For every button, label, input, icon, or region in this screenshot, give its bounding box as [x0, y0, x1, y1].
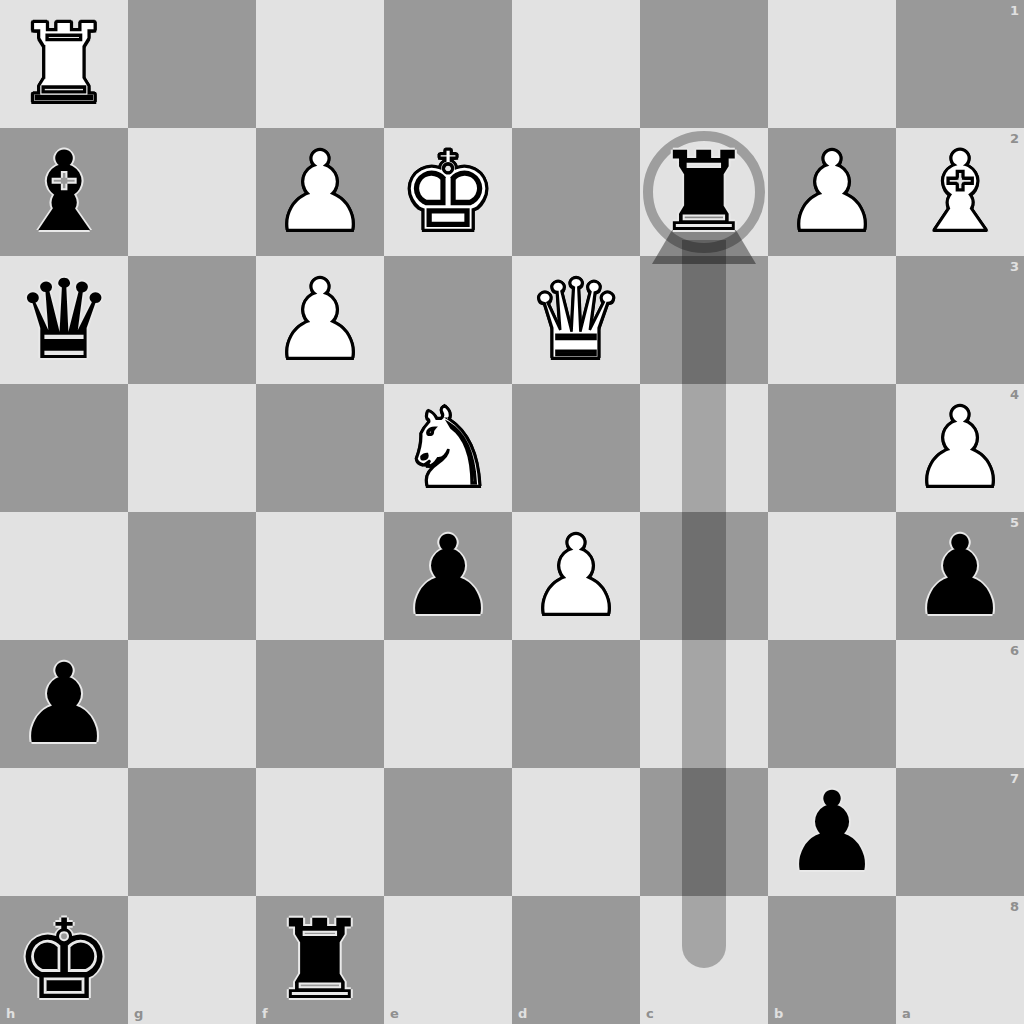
square-b8[interactable]: b — [768, 896, 896, 1024]
chess-board: ♜1♝♟♚♜♟2♝♛♟♛3♞4♟♟♟5♟♟6♟7h♚gf♜edcba8 — [0, 0, 1024, 1024]
piece-white-pawn-a4[interactable]: ♟ — [896, 384, 1024, 512]
square-c4[interactable] — [640, 384, 768, 512]
piece-white-queen-d3[interactable]: ♛ — [512, 256, 640, 384]
piece-white-pawn-f3[interactable]: ♟ — [256, 256, 384, 384]
square-b4[interactable] — [768, 384, 896, 512]
square-g5[interactable] — [128, 512, 256, 640]
square-f1[interactable] — [256, 0, 384, 128]
square-d6[interactable] — [512, 640, 640, 768]
square-h1[interactable]: ♜ — [0, 0, 128, 128]
square-d3[interactable]: ♛ — [512, 256, 640, 384]
file-label-e: e — [390, 1007, 399, 1020]
square-b6[interactable] — [768, 640, 896, 768]
square-h2[interactable]: ♝ — [0, 128, 128, 256]
square-e3[interactable] — [384, 256, 512, 384]
piece-black-pawn-h6[interactable]: ♟ — [0, 640, 128, 768]
file-label-a: a — [902, 1007, 911, 1020]
square-g7[interactable] — [128, 768, 256, 896]
rank-label-6: 6 — [1010, 644, 1019, 657]
piece-black-rook-c2[interactable]: ♜ — [640, 128, 768, 256]
square-g2[interactable] — [128, 128, 256, 256]
square-c8[interactable]: c — [640, 896, 768, 1024]
rank-label-7: 7 — [1010, 772, 1019, 785]
square-b7[interactable]: ♟ — [768, 768, 896, 896]
square-c2[interactable]: ♜ — [640, 128, 768, 256]
chess-board-screenshot: ♜1♝♟♚♜♟2♝♛♟♛3♞4♟♟♟5♟♟6♟7h♚gf♜edcba8 — [0, 0, 1024, 1024]
square-b3[interactable] — [768, 256, 896, 384]
square-a6[interactable]: 6 — [896, 640, 1024, 768]
square-c1[interactable] — [640, 0, 768, 128]
file-label-g: g — [134, 1007, 143, 1020]
piece-black-bishop-h2[interactable]: ♝ — [0, 128, 128, 256]
square-a3[interactable]: 3 — [896, 256, 1024, 384]
piece-white-knight-e4[interactable]: ♞ — [384, 384, 512, 512]
square-f2[interactable]: ♟ — [256, 128, 384, 256]
square-h4[interactable] — [0, 384, 128, 512]
square-e6[interactable] — [384, 640, 512, 768]
square-c5[interactable] — [640, 512, 768, 640]
square-e1[interactable] — [384, 0, 512, 128]
square-a4[interactable]: 4♟ — [896, 384, 1024, 512]
square-d7[interactable] — [512, 768, 640, 896]
square-c6[interactable] — [640, 640, 768, 768]
square-f4[interactable] — [256, 384, 384, 512]
square-d4[interactable] — [512, 384, 640, 512]
square-e5[interactable]: ♟ — [384, 512, 512, 640]
square-g1[interactable] — [128, 0, 256, 128]
piece-black-pawn-b7[interactable]: ♟ — [768, 768, 896, 896]
piece-black-rook-f8[interactable]: ♜ — [256, 896, 384, 1024]
file-label-b: b — [774, 1007, 783, 1020]
square-h7[interactable] — [0, 768, 128, 896]
square-d2[interactable] — [512, 128, 640, 256]
square-f8[interactable]: f♜ — [256, 896, 384, 1024]
file-label-d: d — [518, 1007, 527, 1020]
square-d5[interactable]: ♟ — [512, 512, 640, 640]
square-a8[interactable]: a8 — [896, 896, 1024, 1024]
square-e2[interactable]: ♚ — [384, 128, 512, 256]
square-e8[interactable]: e — [384, 896, 512, 1024]
piece-black-queen-h3[interactable]: ♛ — [0, 256, 128, 384]
square-a2[interactable]: 2♝ — [896, 128, 1024, 256]
square-d8[interactable]: d — [512, 896, 640, 1024]
piece-white-king-e2[interactable]: ♚ — [384, 128, 512, 256]
square-g8[interactable]: g — [128, 896, 256, 1024]
square-c7[interactable] — [640, 768, 768, 896]
square-h8[interactable]: h♚ — [0, 896, 128, 1024]
rank-label-8: 8 — [1010, 900, 1019, 913]
square-e7[interactable] — [384, 768, 512, 896]
square-b1[interactable] — [768, 0, 896, 128]
square-a1[interactable]: 1 — [896, 0, 1024, 128]
square-a7[interactable]: 7 — [896, 768, 1024, 896]
square-b2[interactable]: ♟ — [768, 128, 896, 256]
square-h6[interactable]: ♟ — [0, 640, 128, 768]
square-h5[interactable] — [0, 512, 128, 640]
piece-white-pawn-d5[interactable]: ♟ — [512, 512, 640, 640]
piece-white-bishop-a2[interactable]: ♝ — [896, 128, 1024, 256]
piece-black-pawn-a5[interactable]: ♟ — [896, 512, 1024, 640]
piece-white-pawn-f2[interactable]: ♟ — [256, 128, 384, 256]
square-c3[interactable] — [640, 256, 768, 384]
piece-white-pawn-b2[interactable]: ♟ — [768, 128, 896, 256]
square-f3[interactable]: ♟ — [256, 256, 384, 384]
piece-black-pawn-e5[interactable]: ♟ — [384, 512, 512, 640]
file-label-c: c — [646, 1007, 654, 1020]
square-g6[interactable] — [128, 640, 256, 768]
square-f7[interactable] — [256, 768, 384, 896]
square-g4[interactable] — [128, 384, 256, 512]
square-d1[interactable] — [512, 0, 640, 128]
square-f5[interactable] — [256, 512, 384, 640]
rank-label-1: 1 — [1010, 4, 1019, 17]
square-h3[interactable]: ♛ — [0, 256, 128, 384]
square-a5[interactable]: 5♟ — [896, 512, 1024, 640]
square-e4[interactable]: ♞ — [384, 384, 512, 512]
square-b5[interactable] — [768, 512, 896, 640]
square-g3[interactable] — [128, 256, 256, 384]
rank-label-3: 3 — [1010, 260, 1019, 273]
piece-white-rook-h1[interactable]: ♜ — [0, 0, 128, 128]
square-f6[interactable] — [256, 640, 384, 768]
piece-black-king-h8[interactable]: ♚ — [0, 896, 128, 1024]
